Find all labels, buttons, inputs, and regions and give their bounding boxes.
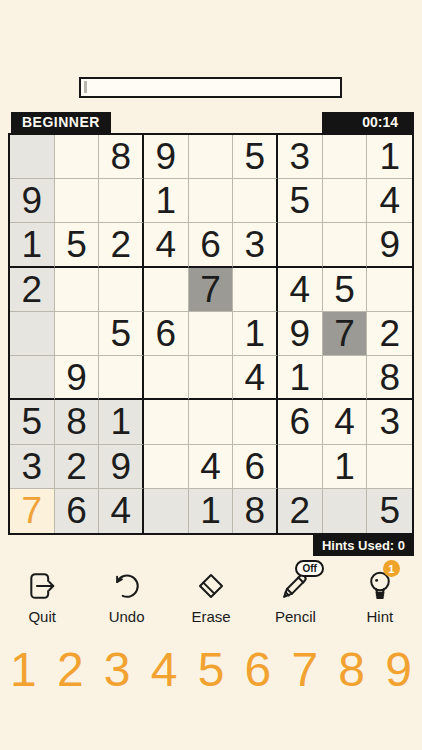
cell-r9c1[interactable]: 7 — [10, 489, 55, 533]
cell-r7c1[interactable]: 5 — [10, 400, 55, 444]
quit-icon — [23, 567, 61, 605]
cell-r9c9[interactable]: 5 — [367, 489, 412, 533]
cell-r7c2[interactable]: 8 — [55, 400, 100, 444]
undo-icon — [108, 567, 146, 605]
cell-r8c9[interactable] — [367, 445, 412, 489]
cell-r7c3[interactable]: 1 — [99, 400, 144, 444]
cell-r3c7[interactable] — [278, 223, 323, 267]
difficulty-badge: BEGINNER — [11, 112, 111, 133]
cell-r1c2[interactable] — [55, 135, 100, 179]
cell-r6c6[interactable]: 4 — [233, 356, 278, 400]
ad-banner-placeholder — [79, 77, 342, 98]
erase-button[interactable]: Erase — [169, 567, 253, 625]
cell-r2c4[interactable]: 1 — [144, 179, 189, 223]
numpad-key-5[interactable]: 5 — [198, 646, 225, 694]
pencil-icon: Off — [276, 567, 314, 605]
cell-r1c4[interactable]: 9 — [144, 135, 189, 179]
cell-r7c9[interactable]: 3 — [367, 400, 412, 444]
cell-r3c8[interactable] — [323, 223, 368, 267]
pencil-label: Pencil — [275, 608, 316, 625]
cell-r2c7[interactable]: 5 — [278, 179, 323, 223]
pencil-mode-badge: Off — [295, 560, 323, 577]
cell-r1c7[interactable]: 3 — [278, 135, 323, 179]
cell-r6c2[interactable]: 9 — [55, 356, 100, 400]
eraser-icon — [192, 567, 230, 605]
cell-r3c5[interactable]: 6 — [189, 223, 234, 267]
cell-r1c3[interactable]: 8 — [99, 135, 144, 179]
hint-label: Hint — [366, 608, 393, 625]
cell-r6c7[interactable]: 1 — [278, 356, 323, 400]
cell-r5c3[interactable]: 5 — [99, 312, 144, 356]
hint-count-badge: 1 — [383, 560, 400, 577]
cell-r5c5[interactable] — [189, 312, 234, 356]
cell-r9c3[interactable]: 4 — [99, 489, 144, 533]
cell-r5c1[interactable] — [10, 312, 55, 356]
cell-r2c1[interactable]: 9 — [10, 179, 55, 223]
numpad-key-9[interactable]: 9 — [385, 646, 412, 694]
cell-r3c1[interactable]: 1 — [10, 223, 55, 267]
cell-r6c5[interactable] — [189, 356, 234, 400]
hints-used-badge: Hints Used: 0 — [313, 535, 414, 556]
cell-r8c2[interactable]: 2 — [55, 445, 100, 489]
numpad-key-1[interactable]: 1 — [10, 646, 37, 694]
undo-label: Undo — [109, 608, 145, 625]
cell-r1c6[interactable]: 5 — [233, 135, 278, 179]
numpad-key-2[interactable]: 2 — [57, 646, 84, 694]
cell-r6c1[interactable] — [10, 356, 55, 400]
cell-r9c2[interactable]: 6 — [55, 489, 100, 533]
cell-r9c6[interactable]: 8 — [233, 489, 278, 533]
cell-r5c8[interactable]: 7 — [323, 312, 368, 356]
cell-r2c9[interactable]: 4 — [367, 179, 412, 223]
cell-r5c7[interactable]: 9 — [278, 312, 323, 356]
cell-r6c8[interactable] — [323, 356, 368, 400]
cell-r8c4[interactable] — [144, 445, 189, 489]
numpad-key-4[interactable]: 4 — [151, 646, 178, 694]
cell-r7c5[interactable] — [189, 400, 234, 444]
cell-r9c5[interactable]: 1 — [189, 489, 234, 533]
lightbulb-icon: 1 — [361, 567, 399, 605]
cell-r2c6[interactable] — [233, 179, 278, 223]
cell-r7c7[interactable]: 6 — [278, 400, 323, 444]
toolbar: Quit Undo Erase — [0, 567, 422, 625]
cell-r7c4[interactable] — [144, 400, 189, 444]
cell-r5c9[interactable]: 2 — [367, 312, 412, 356]
cell-r4c7[interactable]: 4 — [278, 268, 323, 312]
cell-r3c3[interactable]: 2 — [99, 223, 144, 267]
app-screen: BEGINNER 00:14 8953191541524639274556197… — [0, 0, 422, 750]
cell-r8c7[interactable] — [278, 445, 323, 489]
cell-r6c3[interactable] — [99, 356, 144, 400]
cell-r6c9[interactable]: 8 — [367, 356, 412, 400]
number-pad: 1 2 3 4 5 6 7 8 9 — [0, 646, 422, 694]
cell-r1c8[interactable] — [323, 135, 368, 179]
hint-button[interactable]: 1 Hint — [338, 567, 422, 625]
cell-r4c9[interactable] — [367, 268, 412, 312]
cell-r7c8[interactable]: 4 — [323, 400, 368, 444]
numpad-key-6[interactable]: 6 — [245, 646, 272, 694]
cell-r6c4[interactable] — [144, 356, 189, 400]
cell-r5c6[interactable]: 1 — [233, 312, 278, 356]
cell-r5c2[interactable] — [55, 312, 100, 356]
cell-r4c5[interactable]: 7 — [189, 268, 234, 312]
cell-r3c4[interactable]: 4 — [144, 223, 189, 267]
cell-r2c3[interactable] — [99, 179, 144, 223]
cell-r4c2[interactable] — [55, 268, 100, 312]
cell-r1c1[interactable] — [10, 135, 55, 179]
cell-r8c1[interactable]: 3 — [10, 445, 55, 489]
cell-r9c4[interactable] — [144, 489, 189, 533]
quit-label: Quit — [28, 608, 56, 625]
cell-r4c4[interactable] — [144, 268, 189, 312]
numpad-key-3[interactable]: 3 — [104, 646, 131, 694]
cell-r4c3[interactable] — [99, 268, 144, 312]
undo-button[interactable]: Undo — [84, 567, 168, 625]
cell-r4c1[interactable]: 2 — [10, 268, 55, 312]
cell-r8c3[interactable]: 9 — [99, 445, 144, 489]
erase-label: Erase — [191, 608, 230, 625]
quit-button[interactable]: Quit — [0, 567, 84, 625]
numpad-key-7[interactable]: 7 — [291, 646, 318, 694]
cell-r1c5[interactable] — [189, 135, 234, 179]
numpad-key-8[interactable]: 8 — [338, 646, 365, 694]
cell-r3c6[interactable]: 3 — [233, 223, 278, 267]
cell-r7c6[interactable] — [233, 400, 278, 444]
cell-r3c9[interactable]: 9 — [367, 223, 412, 267]
sudoku-board: 8953191541524639274556197294185816433294… — [8, 133, 414, 535]
cell-r3c2[interactable]: 5 — [55, 223, 100, 267]
ad-loading-cursor — [84, 81, 87, 93]
cell-r8c6[interactable]: 6 — [233, 445, 278, 489]
cell-r9c8[interactable] — [323, 489, 368, 533]
cell-r8c8[interactable]: 1 — [323, 445, 368, 489]
cell-r4c8[interactable]: 5 — [323, 268, 368, 312]
cell-r5c4[interactable]: 6 — [144, 312, 189, 356]
cell-r2c8[interactable] — [323, 179, 368, 223]
pencil-button[interactable]: Off Pencil — [253, 567, 337, 625]
timer-badge: 00:14 — [322, 112, 414, 133]
cell-r2c5[interactable] — [189, 179, 234, 223]
cell-r2c2[interactable] — [55, 179, 100, 223]
cell-r8c5[interactable]: 4 — [189, 445, 234, 489]
cell-r9c7[interactable]: 2 — [278, 489, 323, 533]
cell-r1c9[interactable]: 1 — [367, 135, 412, 179]
cell-r4c6[interactable] — [233, 268, 278, 312]
